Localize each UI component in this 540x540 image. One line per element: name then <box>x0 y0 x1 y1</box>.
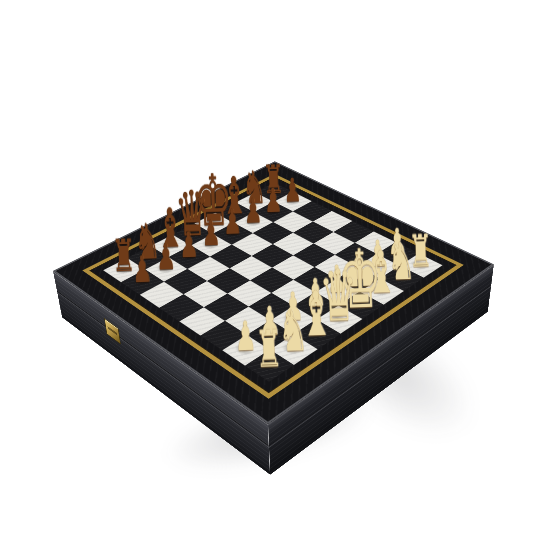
product-photo-stage: ♜♟♟♜♞♟♟♞♝♟♟♝♚♟♟♚♛♟♟♛♝♟♟♝♞♟♟♞♜♟♟♜ <box>0 0 540 540</box>
chess-case-top: ♜♟♟♜♞♟♟♞♝♟♟♝♚♟♟♚♛♟♟♛♝♟♟♝♞♟♟♞♜♟♟♜ <box>53 162 494 425</box>
brass-latch-icon <box>104 318 121 345</box>
